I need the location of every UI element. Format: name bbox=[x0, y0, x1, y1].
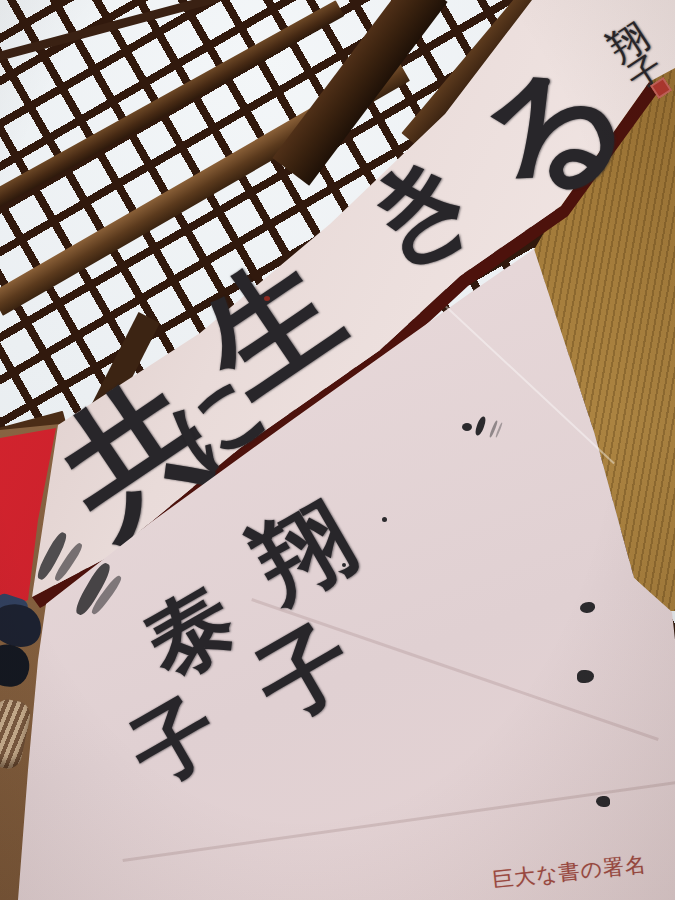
ink-splatter bbox=[462, 423, 472, 431]
red-speck bbox=[264, 296, 270, 301]
ink-splatter bbox=[596, 796, 610, 807]
photo: 共 に 生 き る 翔 子 翔 子 泰 子 巨大な書の署名 bbox=[0, 0, 675, 900]
ink-dot bbox=[382, 517, 387, 522]
ink-dot bbox=[342, 563, 346, 567]
